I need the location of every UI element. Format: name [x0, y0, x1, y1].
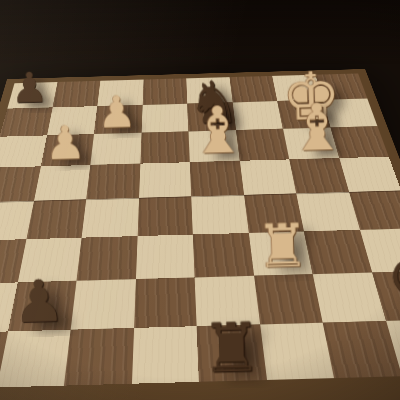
square-e4 [191, 195, 248, 235]
square-a8: ♟ [7, 82, 57, 109]
square-b3 [17, 238, 81, 283]
square-g7: ♚ [277, 100, 330, 129]
square-e6: ♝ [188, 130, 239, 162]
chess-photo: ♟♟♞♚♟♝♝♜♟♚♜ [0, 0, 400, 400]
board-row-rank-1: ♜ [0, 319, 400, 389]
square-c5 [86, 164, 140, 200]
square-d3 [136, 235, 195, 280]
square-b8 [52, 81, 100, 108]
piece-black-pawn-a8: ♟ [6, 69, 52, 108]
square-g4 [296, 192, 359, 231]
square-e3 [193, 233, 254, 278]
square-c7: ♟ [94, 105, 142, 134]
piece-black-pawn-b2: ♟ [6, 275, 70, 330]
square-e7: ♞ [187, 102, 235, 131]
square-d5 [139, 162, 192, 198]
square-e5 [190, 161, 244, 197]
square-b7 [47, 106, 98, 135]
board-scene: ♟♟♞♚♟♝♝♜♟♚♜ [0, 0, 400, 400]
square-c8 [97, 80, 143, 107]
square-h6 [330, 126, 388, 158]
chess-board: ♟♟♞♚♟♝♝♜♟♚♜ [0, 74, 400, 390]
square-f1 [260, 323, 334, 380]
square-e8 [186, 77, 232, 103]
square-b6: ♟ [41, 134, 94, 166]
square-c2 [71, 279, 136, 330]
square-b2: ♟ [8, 281, 77, 332]
square-f4 [244, 193, 304, 233]
square-d2 [134, 277, 197, 327]
square-a4 [0, 201, 34, 241]
square-f3: ♜ [248, 231, 312, 275]
square-b4 [26, 199, 86, 239]
square-f2 [254, 274, 323, 324]
square-a7 [0, 107, 52, 136]
square-e2 [195, 276, 260, 326]
square-g6: ♝ [283, 127, 339, 159]
square-d4 [137, 196, 193, 236]
square-g3 [304, 230, 372, 274]
square-b5 [34, 165, 91, 201]
square-c1 [64, 328, 134, 386]
square-d6 [140, 131, 190, 163]
board-frame: ♟♟♞♚♟♝♝♜♟♚♜ [0, 69, 400, 400]
square-c4 [82, 198, 139, 238]
square-f6 [236, 129, 290, 161]
square-d7 [141, 104, 188, 133]
square-g8 [272, 75, 322, 101]
square-f8 [229, 76, 277, 102]
square-h8 [315, 74, 367, 100]
piece-black-rook-e1: ♜ [197, 316, 266, 380]
square-a6 [0, 135, 47, 167]
square-e1: ♜ [197, 324, 267, 381]
square-h7 [322, 99, 377, 128]
square-c3 [76, 236, 137, 281]
square-f5 [240, 159, 297, 194]
square-d8 [142, 78, 187, 105]
square-h5 [339, 157, 400, 192]
square-c6 [90, 133, 141, 165]
square-f7 [232, 101, 283, 130]
square-d1 [131, 326, 199, 384]
board-row-rank-2: ♟♚ [0, 271, 400, 333]
square-b1 [0, 330, 71, 388]
